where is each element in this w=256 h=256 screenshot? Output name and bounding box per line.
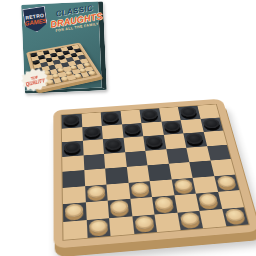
main-board-scene: [42, 72, 256, 256]
board-cell: [62, 170, 84, 187]
board-cell: [63, 202, 86, 221]
draughts-piece-black: [141, 109, 158, 119]
board-cell: [154, 212, 180, 232]
draughts-piece-natural: [65, 203, 84, 217]
draughts-piece-natural: [130, 182, 149, 195]
draughts-piece-natural: [154, 196, 174, 210]
draughts-piece-natural: [173, 178, 192, 191]
board-cell: [214, 174, 239, 192]
main-board: [61, 104, 250, 241]
board-cell: [126, 165, 149, 182]
board-cell: [203, 131, 227, 146]
board-cell: [105, 167, 128, 184]
board-cell: [152, 195, 177, 214]
board-cell: [106, 182, 130, 200]
draughts-piece-natural: [110, 200, 129, 214]
board-cell: [62, 155, 84, 172]
draughts-piece-black: [105, 139, 122, 150]
draughts-piece-black: [202, 118, 220, 129]
draughts-piece-natural: [134, 215, 154, 229]
board-cell: [103, 138, 125, 154]
board-cell: [125, 150, 148, 166]
draughts-piece-black: [124, 124, 141, 135]
board-cell: [83, 154, 105, 171]
main-board-frame: [53, 99, 256, 249]
board-cell: [143, 135, 166, 151]
board-cell: [109, 216, 134, 236]
board-cell: [63, 220, 87, 240]
board-cell: [85, 201, 109, 220]
board-cell: [210, 159, 235, 176]
board-cell: [150, 179, 174, 197]
board-cell: [85, 184, 108, 202]
draughts-piece-natural: [89, 219, 108, 234]
board-cell: [86, 218, 110, 238]
draughts-piece-black: [186, 133, 204, 144]
board-cell: [62, 141, 83, 157]
board-cell: [218, 190, 244, 209]
board-cell: [163, 133, 186, 149]
draughts-piece-black: [64, 115, 80, 126]
board-cell: [82, 139, 104, 155]
board-cell: [147, 164, 171, 181]
draughts-piece-black: [84, 126, 101, 137]
draughts-piece-natural: [216, 175, 236, 188]
board-cell: [130, 197, 155, 216]
board-cell: [104, 152, 126, 168]
board-cell: [108, 199, 132, 218]
draughts-piece-natural: [224, 208, 245, 222]
draughts-piece-black: [64, 142, 81, 154]
draughts-piece-black: [163, 121, 181, 132]
board-cell: [145, 149, 168, 165]
box-title: CLASSIC DRAUGHTS FOR ALL THE FAMILY: [48, 2, 103, 34]
board-cell: [222, 207, 249, 226]
board-cell: [128, 181, 152, 199]
board-cell: [132, 214, 157, 234]
draughts-piece-natural: [198, 193, 218, 206]
draughts-piece-black: [180, 107, 197, 117]
board-cell: [123, 136, 145, 152]
draughts-piece-natural: [179, 212, 200, 226]
board-cell: [63, 186, 86, 204]
draughts-piece-black: [145, 136, 163, 147]
draughts-piece-natural: [87, 185, 105, 198]
retro-games-badge: RETRO GAMES: [22, 6, 48, 34]
board-cell: [84, 169, 107, 186]
draughts-piece-black: [103, 112, 120, 122]
board-cell: [207, 144, 231, 160]
